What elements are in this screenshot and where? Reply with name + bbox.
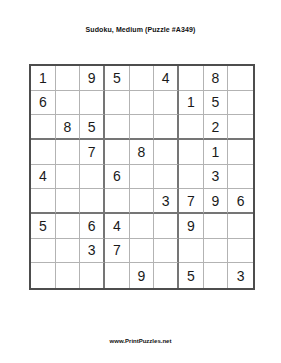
cell-r9c2[interactable] xyxy=(56,263,81,288)
footer-url: www.PrintPuzzles.net xyxy=(0,338,281,344)
cell-r2c4[interactable] xyxy=(105,91,130,116)
cell-r6c8[interactable]: 9 xyxy=(204,189,229,214)
cell-r1c2[interactable] xyxy=(56,66,81,91)
cell-r3c7[interactable] xyxy=(179,115,204,140)
cell-r3c5[interactable] xyxy=(130,115,155,140)
cell-r8c6[interactable] xyxy=(154,239,179,264)
cell-r8c2[interactable] xyxy=(56,239,81,264)
cell-r5c8[interactable]: 3 xyxy=(204,165,229,190)
sudoku-grid: 195486158527814633796564937953 xyxy=(29,64,255,290)
cell-r2c7[interactable]: 1 xyxy=(179,91,204,116)
cell-r3c4[interactable] xyxy=(105,115,130,140)
cell-r8c1[interactable] xyxy=(31,239,56,264)
cell-r2c3[interactable] xyxy=(80,91,105,116)
cell-r7c5[interactable] xyxy=(130,214,155,239)
cell-r7c1[interactable]: 5 xyxy=(31,214,56,239)
cell-r7c7[interactable]: 9 xyxy=(179,214,204,239)
cell-r1c8[interactable]: 8 xyxy=(204,66,229,91)
page-title: Sudoku, Medium (Puzzle #A349) xyxy=(0,26,281,33)
cell-r9c3[interactable] xyxy=(80,263,105,288)
cell-r6c7[interactable]: 7 xyxy=(179,189,204,214)
cell-r6c5[interactable] xyxy=(130,189,155,214)
cell-r5c2[interactable] xyxy=(56,165,81,190)
cell-r3c2[interactable]: 8 xyxy=(56,115,81,140)
cell-r4c7[interactable] xyxy=(179,140,204,165)
cell-r9c1[interactable] xyxy=(31,263,56,288)
cell-r1c3[interactable]: 9 xyxy=(80,66,105,91)
cell-r6c2[interactable] xyxy=(56,189,81,214)
cell-r3c6[interactable] xyxy=(154,115,179,140)
cell-r4c2[interactable] xyxy=(56,140,81,165)
cell-r8c8[interactable] xyxy=(204,239,229,264)
cell-r1c1[interactable]: 1 xyxy=(31,66,56,91)
cell-r4c1[interactable] xyxy=(31,140,56,165)
cell-r4c6[interactable] xyxy=(154,140,179,165)
cell-r7c6[interactable] xyxy=(154,214,179,239)
cell-r3c9[interactable] xyxy=(228,115,253,140)
cell-r9c6[interactable] xyxy=(154,263,179,288)
cell-r2c6[interactable] xyxy=(154,91,179,116)
cell-r5c7[interactable] xyxy=(179,165,204,190)
cell-r9c7[interactable]: 5 xyxy=(179,263,204,288)
cell-r3c3[interactable]: 5 xyxy=(80,115,105,140)
cell-r4c9[interactable] xyxy=(228,140,253,165)
cell-r6c6[interactable]: 3 xyxy=(154,189,179,214)
cell-r7c8[interactable] xyxy=(204,214,229,239)
cell-r2c8[interactable]: 5 xyxy=(204,91,229,116)
cell-r9c4[interactable] xyxy=(105,263,130,288)
cell-r9c5[interactable]: 9 xyxy=(130,263,155,288)
cell-r1c6[interactable]: 4 xyxy=(154,66,179,91)
cell-r5c9[interactable] xyxy=(228,165,253,190)
cell-r7c2[interactable] xyxy=(56,214,81,239)
cell-r2c9[interactable] xyxy=(228,91,253,116)
cell-r2c5[interactable] xyxy=(130,91,155,116)
cell-r9c9[interactable]: 3 xyxy=(228,263,253,288)
cell-r1c9[interactable] xyxy=(228,66,253,91)
cell-r1c4[interactable]: 5 xyxy=(105,66,130,91)
cell-r4c4[interactable] xyxy=(105,140,130,165)
cell-r6c1[interactable] xyxy=(31,189,56,214)
cell-r5c6[interactable] xyxy=(154,165,179,190)
cell-r3c8[interactable]: 2 xyxy=(204,115,229,140)
cell-r7c4[interactable]: 4 xyxy=(105,214,130,239)
cell-r6c9[interactable]: 6 xyxy=(228,189,253,214)
cell-r4c8[interactable]: 1 xyxy=(204,140,229,165)
cell-r8c5[interactable] xyxy=(130,239,155,264)
cell-r7c9[interactable] xyxy=(228,214,253,239)
cell-r6c4[interactable] xyxy=(105,189,130,214)
cell-r1c7[interactable] xyxy=(179,66,204,91)
cell-r6c3[interactable] xyxy=(80,189,105,214)
cell-r8c3[interactable]: 3 xyxy=(80,239,105,264)
cell-r7c3[interactable]: 6 xyxy=(80,214,105,239)
cell-r8c7[interactable] xyxy=(179,239,204,264)
cell-r3c1[interactable] xyxy=(31,115,56,140)
cell-r5c4[interactable]: 6 xyxy=(105,165,130,190)
cell-r1c5[interactable] xyxy=(130,66,155,91)
cell-r2c1[interactable]: 6 xyxy=(31,91,56,116)
cell-r5c5[interactable] xyxy=(130,165,155,190)
cell-r5c3[interactable] xyxy=(80,165,105,190)
cell-r2c2[interactable] xyxy=(56,91,81,116)
cell-r8c9[interactable] xyxy=(228,239,253,264)
cell-r4c5[interactable]: 8 xyxy=(130,140,155,165)
cell-r5c1[interactable]: 4 xyxy=(31,165,56,190)
cell-r4c3[interactable]: 7 xyxy=(80,140,105,165)
cell-r9c8[interactable] xyxy=(204,263,229,288)
cell-r8c4[interactable]: 7 xyxy=(105,239,130,264)
